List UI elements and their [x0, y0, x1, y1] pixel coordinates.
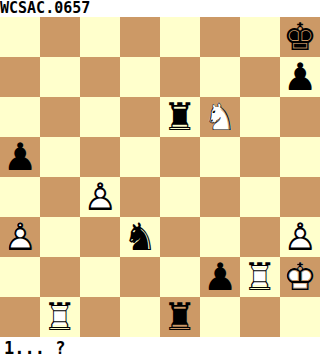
white-pawn[interactable]: ♟♙ [80, 177, 120, 217]
square-c3[interactable] [80, 217, 120, 257]
square-e6[interactable]: ♜ [160, 97, 200, 137]
square-h1[interactable] [280, 297, 320, 337]
square-h6[interactable] [280, 97, 320, 137]
square-h2[interactable]: ♚♔ [280, 257, 320, 297]
square-b3[interactable] [40, 217, 80, 257]
white-rook[interactable]: ♜♖ [40, 297, 80, 337]
square-a1[interactable] [0, 297, 40, 337]
white-pawn[interactable]: ♟♙ [280, 217, 320, 257]
square-d3[interactable]: ♞ [120, 217, 160, 257]
square-c2[interactable] [80, 257, 120, 297]
black-pawn[interactable]: ♟ [0, 137, 40, 177]
black-pawn[interactable]: ♟ [200, 257, 240, 297]
square-a3[interactable]: ♟♙ [0, 217, 40, 257]
square-f3[interactable] [200, 217, 240, 257]
square-b2[interactable] [40, 257, 80, 297]
square-h7[interactable]: ♟ [280, 57, 320, 97]
black-rook[interactable]: ♜ [160, 97, 200, 137]
square-f4[interactable] [200, 177, 240, 217]
square-b8[interactable] [40, 17, 80, 57]
white-pawn-outline: ♙ [80, 177, 120, 217]
square-g7[interactable] [240, 57, 280, 97]
square-c1[interactable] [80, 297, 120, 337]
square-d2[interactable] [120, 257, 160, 297]
square-b1[interactable]: ♜♖ [40, 297, 80, 337]
square-b7[interactable] [40, 57, 80, 97]
square-f6[interactable]: ♞♘ [200, 97, 240, 137]
white-pawn-outline: ♙ [0, 217, 40, 257]
square-g5[interactable] [240, 137, 280, 177]
square-e7[interactable] [160, 57, 200, 97]
square-f8[interactable] [200, 17, 240, 57]
square-b4[interactable] [40, 177, 80, 217]
square-e8[interactable] [160, 17, 200, 57]
square-a4[interactable] [0, 177, 40, 217]
white-knight-outline: ♘ [200, 97, 240, 137]
black-king[interactable]: ♚ [280, 17, 320, 57]
square-e4[interactable] [160, 177, 200, 217]
white-pawn[interactable]: ♟♙ [0, 217, 40, 257]
square-c6[interactable] [80, 97, 120, 137]
square-g1[interactable] [240, 297, 280, 337]
square-e5[interactable] [160, 137, 200, 177]
square-h3[interactable]: ♟♙ [280, 217, 320, 257]
white-king[interactable]: ♚♔ [280, 257, 320, 297]
square-h5[interactable] [280, 137, 320, 177]
square-g6[interactable] [240, 97, 280, 137]
square-f2[interactable]: ♟ [200, 257, 240, 297]
square-e3[interactable] [160, 217, 200, 257]
white-rook-outline: ♖ [40, 297, 80, 337]
square-d5[interactable] [120, 137, 160, 177]
black-knight[interactable]: ♞ [120, 217, 160, 257]
square-d6[interactable] [120, 97, 160, 137]
square-g8[interactable] [240, 17, 280, 57]
square-c8[interactable] [80, 17, 120, 57]
square-d4[interactable] [120, 177, 160, 217]
square-e1[interactable]: ♜ [160, 297, 200, 337]
black-pawn[interactable]: ♟ [280, 57, 320, 97]
square-d1[interactable] [120, 297, 160, 337]
square-a6[interactable] [0, 97, 40, 137]
white-king-outline: ♔ [280, 257, 320, 297]
square-c7[interactable] [80, 57, 120, 97]
square-a8[interactable] [0, 17, 40, 57]
square-d7[interactable] [120, 57, 160, 97]
square-h8[interactable]: ♚ [280, 17, 320, 57]
white-pawn-outline: ♙ [280, 217, 320, 257]
square-d8[interactable] [120, 17, 160, 57]
square-g2[interactable]: ♜♖ [240, 257, 280, 297]
square-h4[interactable] [280, 177, 320, 217]
square-g3[interactable] [240, 217, 280, 257]
white-knight[interactable]: ♞♘ [200, 97, 240, 137]
square-b5[interactable] [40, 137, 80, 177]
square-e2[interactable] [160, 257, 200, 297]
white-rook-outline: ♖ [240, 257, 280, 297]
puzzle-title: WCSAC.0657 [0, 0, 320, 17]
square-f5[interactable] [200, 137, 240, 177]
square-f1[interactable] [200, 297, 240, 337]
square-f7[interactable] [200, 57, 240, 97]
square-c4[interactable]: ♟♙ [80, 177, 120, 217]
square-g4[interactable] [240, 177, 280, 217]
white-rook[interactable]: ♜♖ [240, 257, 280, 297]
square-c5[interactable] [80, 137, 120, 177]
move-prompt: 1... ? [0, 337, 320, 360]
square-a7[interactable] [0, 57, 40, 97]
black-rook[interactable]: ♜ [160, 297, 200, 337]
square-a2[interactable] [0, 257, 40, 297]
chess-board: ♚♟♜♞♘♟♟♙♟♙♞♟♙♟♜♖♚♔♜♖♜ [0, 17, 320, 337]
square-a5[interactable]: ♟ [0, 137, 40, 177]
square-b6[interactable] [40, 97, 80, 137]
